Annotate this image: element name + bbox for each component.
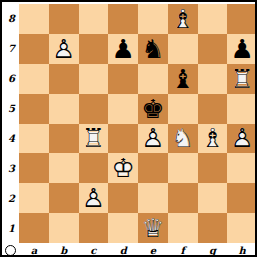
file-label-a: a: [19, 243, 49, 257]
square-c7[interactable]: [79, 34, 109, 64]
black-pawn[interactable]: ♟: [230, 36, 253, 62]
square-b6[interactable]: [49, 64, 79, 94]
square-a8[interactable]: [19, 4, 49, 34]
white-pawn[interactable]: ♙: [82, 185, 105, 211]
square-d6[interactable]: [108, 64, 138, 94]
square-d1[interactable]: [108, 213, 138, 243]
square-g7[interactable]: [198, 34, 228, 64]
square-b7[interactable]: ♟♙: [49, 34, 79, 64]
square-f8[interactable]: ♝♗: [168, 4, 198, 34]
square-f2[interactable]: [168, 183, 198, 213]
square-c5[interactable]: [79, 94, 109, 124]
white-bishop-fill: ♝: [171, 6, 194, 32]
white-bishop-fill: ♝: [201, 125, 224, 151]
square-c6[interactable]: [79, 64, 109, 94]
white-pawn[interactable]: ♙: [230, 125, 253, 151]
white-to-move-indicator: [5, 245, 16, 256]
square-g6[interactable]: [198, 64, 228, 94]
square-g4[interactable]: ♝♗: [198, 124, 228, 154]
square-a2[interactable]: [19, 183, 49, 213]
rank-label-3: 3: [4, 153, 19, 183]
square-a6[interactable]: [19, 64, 49, 94]
rank-label-2: 2: [4, 183, 19, 213]
square-g5[interactable]: [198, 94, 228, 124]
rank-label-8: 8: [4, 4, 19, 34]
rank-label-6: 6: [4, 64, 19, 94]
square-e8[interactable]: [138, 4, 168, 34]
square-g2[interactable]: [198, 183, 228, 213]
file-label-d: d: [108, 243, 138, 257]
square-a3[interactable]: [19, 153, 49, 183]
white-queen[interactable]: ♕: [141, 215, 164, 241]
square-h2[interactable]: [227, 183, 257, 213]
rank-label-1: 1: [4, 213, 19, 243]
square-d5[interactable]: [108, 94, 138, 124]
black-knight[interactable]: ♞: [141, 36, 164, 62]
white-knight[interactable]: ♘: [171, 125, 194, 151]
square-b8[interactable]: [49, 4, 79, 34]
rank-labels: 87654321: [4, 4, 19, 243]
rank-label-5: 5: [4, 94, 19, 124]
square-d3[interactable]: ♚♔: [108, 153, 138, 183]
white-bishop[interactable]: ♗: [201, 125, 224, 151]
square-f7[interactable]: [168, 34, 198, 64]
square-h8[interactable]: [227, 4, 257, 34]
white-rook[interactable]: ♖: [82, 125, 105, 151]
white-queen-fill: ♛: [141, 215, 164, 241]
square-h5[interactable]: [227, 94, 257, 124]
file-label-e: e: [138, 243, 168, 257]
square-g3[interactable]: [198, 153, 228, 183]
white-pawn[interactable]: ♙: [141, 125, 164, 151]
square-a1[interactable]: [19, 213, 49, 243]
square-f1[interactable]: [168, 213, 198, 243]
white-pawn[interactable]: ♙: [52, 36, 75, 62]
white-rook-fill: ♜: [82, 125, 105, 151]
file-label-h: h: [227, 243, 257, 257]
square-h1[interactable]: [227, 213, 257, 243]
file-labels: abcdefgh: [19, 243, 257, 257]
square-f6[interactable]: ♝: [168, 64, 198, 94]
square-b1[interactable]: [49, 213, 79, 243]
square-h3[interactable]: [227, 153, 257, 183]
square-h4[interactable]: ♟♙: [227, 124, 257, 154]
square-a7[interactable]: [19, 34, 49, 64]
chess-board: ♝♗♟♙♟♞♟♝♜♖♚♜♖♟♙♞♘♝♗♟♙♚♔♟♙♛♕: [19, 4, 257, 243]
white-knight-fill: ♞: [171, 125, 194, 151]
square-e1[interactable]: ♛♕: [138, 213, 168, 243]
square-c2[interactable]: ♟♙: [79, 183, 109, 213]
square-d7[interactable]: ♟: [108, 34, 138, 64]
square-b2[interactable]: [49, 183, 79, 213]
square-b3[interactable]: [49, 153, 79, 183]
white-pawn-fill: ♟: [52, 36, 75, 62]
square-g8[interactable]: [198, 4, 228, 34]
white-bishop[interactable]: ♗: [171, 6, 194, 32]
white-pawn-fill: ♟: [82, 185, 105, 211]
square-f5[interactable]: [168, 94, 198, 124]
square-b5[interactable]: [49, 94, 79, 124]
square-c3[interactable]: [79, 153, 109, 183]
file-label-g: g: [198, 243, 228, 257]
square-d8[interactable]: [108, 4, 138, 34]
white-king-fill: ♚: [111, 155, 134, 181]
white-rook[interactable]: ♖: [230, 66, 253, 92]
black-king[interactable]: ♚: [141, 96, 164, 122]
square-e5[interactable]: ♚: [138, 94, 168, 124]
square-a5[interactable]: [19, 94, 49, 124]
square-h7[interactable]: ♟: [227, 34, 257, 64]
board-frame: ♝♗♟♙♟♞♟♝♜♖♚♜♖♟♙♞♘♝♗♟♙♚♔♟♙♛♕ 87654321 abc…: [0, 0, 257, 257]
file-label-b: b: [49, 243, 79, 257]
rank-label-4: 4: [4, 124, 19, 154]
square-g1[interactable]: [198, 213, 228, 243]
square-a4[interactable]: [19, 124, 49, 154]
file-label-f: f: [168, 243, 198, 257]
white-pawn-fill: ♟: [230, 125, 253, 151]
white-pawn-fill: ♟: [141, 125, 164, 151]
rank-label-7: 7: [4, 34, 19, 64]
black-bishop[interactable]: ♝: [171, 66, 194, 92]
black-pawn[interactable]: ♟: [111, 36, 134, 62]
square-d4[interactable]: [108, 124, 138, 154]
square-h6[interactable]: ♜♖: [227, 64, 257, 94]
white-rook-fill: ♜: [230, 66, 253, 92]
square-e2[interactable]: [138, 183, 168, 213]
square-e6[interactable]: [138, 64, 168, 94]
square-e7[interactable]: ♞: [138, 34, 168, 64]
square-f4[interactable]: ♞♘: [168, 124, 198, 154]
square-e4[interactable]: ♟♙: [138, 124, 168, 154]
square-f3[interactable]: [168, 153, 198, 183]
square-d2[interactable]: [108, 183, 138, 213]
square-c4[interactable]: ♜♖: [79, 124, 109, 154]
file-label-c: c: [79, 243, 109, 257]
white-king[interactable]: ♔: [111, 155, 134, 181]
square-b4[interactable]: [49, 124, 79, 154]
square-c8[interactable]: [79, 4, 109, 34]
square-c1[interactable]: [79, 213, 109, 243]
square-e3[interactable]: [138, 153, 168, 183]
